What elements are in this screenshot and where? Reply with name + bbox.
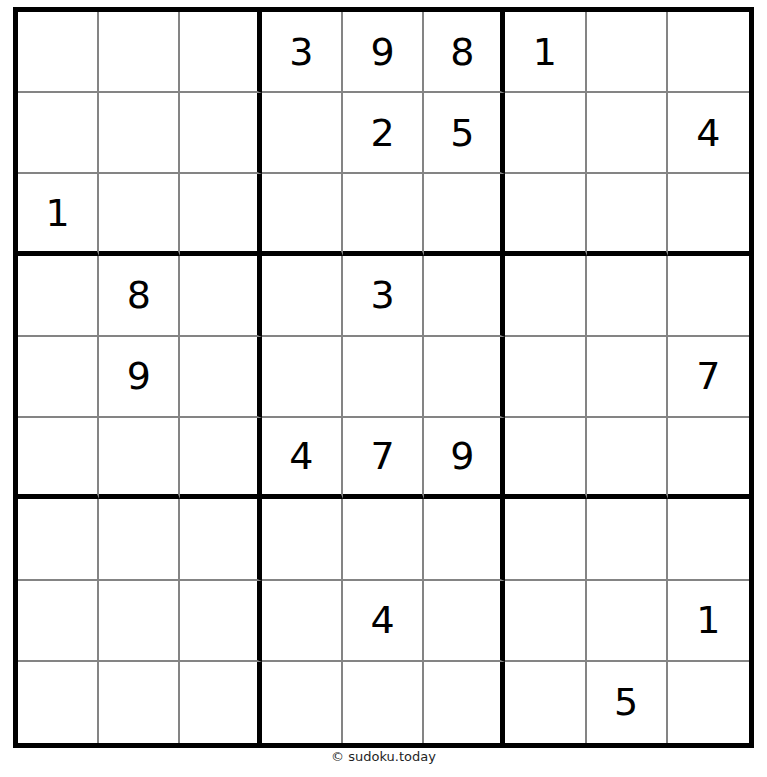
cell-r6c6: 9 bbox=[424, 418, 505, 499]
cell-r2c2[interactable] bbox=[99, 93, 180, 174]
cell-r1c1[interactable] bbox=[18, 12, 99, 93]
cell-r4c8[interactable] bbox=[587, 256, 668, 337]
cell-r7c5[interactable] bbox=[343, 499, 424, 580]
cell-r1c9[interactable] bbox=[668, 12, 749, 93]
cell-r1c4: 3 bbox=[262, 12, 343, 93]
cell-r4c7[interactable] bbox=[505, 256, 586, 337]
cell-r6c8[interactable] bbox=[587, 418, 668, 499]
cell-r7c6[interactable] bbox=[424, 499, 505, 580]
cell-r1c8[interactable] bbox=[587, 12, 668, 93]
cell-r8c4[interactable] bbox=[262, 581, 343, 662]
cell-r4c2: 8 bbox=[99, 256, 180, 337]
cell-r3c7[interactable] bbox=[505, 174, 586, 255]
cell-r3c9[interactable] bbox=[668, 174, 749, 255]
cell-r3c8[interactable] bbox=[587, 174, 668, 255]
sudoku-board: 398125418397479415 bbox=[13, 7, 754, 748]
cell-r9c6[interactable] bbox=[424, 662, 505, 743]
cell-r8c3[interactable] bbox=[180, 581, 261, 662]
cell-r3c6[interactable] bbox=[424, 174, 505, 255]
cell-r8c9: 1 bbox=[668, 581, 749, 662]
cell-r4c4[interactable] bbox=[262, 256, 343, 337]
cell-r1c6: 8 bbox=[424, 12, 505, 93]
cell-r2c5: 2 bbox=[343, 93, 424, 174]
cell-r6c1[interactable] bbox=[18, 418, 99, 499]
cell-r9c9[interactable] bbox=[668, 662, 749, 743]
cell-r7c7[interactable] bbox=[505, 499, 586, 580]
cell-r3c5[interactable] bbox=[343, 174, 424, 255]
cell-r5c3[interactable] bbox=[180, 337, 261, 418]
cell-r5c8[interactable] bbox=[587, 337, 668, 418]
cell-r5c2: 9 bbox=[99, 337, 180, 418]
cell-r9c8: 5 bbox=[587, 662, 668, 743]
cell-r8c1[interactable] bbox=[18, 581, 99, 662]
cell-r7c2[interactable] bbox=[99, 499, 180, 580]
cell-r4c3[interactable] bbox=[180, 256, 261, 337]
cell-r2c3[interactable] bbox=[180, 93, 261, 174]
cell-r1c7: 1 bbox=[505, 12, 586, 93]
cell-r7c4[interactable] bbox=[262, 499, 343, 580]
cell-r4c1[interactable] bbox=[18, 256, 99, 337]
cell-r5c4[interactable] bbox=[262, 337, 343, 418]
cell-r1c5: 9 bbox=[343, 12, 424, 93]
cell-r6c4: 4 bbox=[262, 418, 343, 499]
cell-r2c6: 5 bbox=[424, 93, 505, 174]
cell-r8c5: 4 bbox=[343, 581, 424, 662]
cell-r2c7[interactable] bbox=[505, 93, 586, 174]
cell-r8c6[interactable] bbox=[424, 581, 505, 662]
cell-r9c4[interactable] bbox=[262, 662, 343, 743]
cell-r7c8[interactable] bbox=[587, 499, 668, 580]
cell-r3c3[interactable] bbox=[180, 174, 261, 255]
cell-r6c3[interactable] bbox=[180, 418, 261, 499]
cell-r6c7[interactable] bbox=[505, 418, 586, 499]
cell-r7c3[interactable] bbox=[180, 499, 261, 580]
cell-r1c3[interactable] bbox=[180, 12, 261, 93]
cell-r7c9[interactable] bbox=[668, 499, 749, 580]
cell-r5c7[interactable] bbox=[505, 337, 586, 418]
cell-r5c5[interactable] bbox=[343, 337, 424, 418]
cell-r3c1: 1 bbox=[18, 174, 99, 255]
cell-r3c4[interactable] bbox=[262, 174, 343, 255]
cell-r9c3[interactable] bbox=[180, 662, 261, 743]
cell-r5c1[interactable] bbox=[18, 337, 99, 418]
credit-text: © sudoku.today bbox=[0, 749, 767, 764]
cell-r8c2[interactable] bbox=[99, 581, 180, 662]
cell-r2c8[interactable] bbox=[587, 93, 668, 174]
cell-r9c5[interactable] bbox=[343, 662, 424, 743]
cell-r1c2[interactable] bbox=[99, 12, 180, 93]
cell-r9c2[interactable] bbox=[99, 662, 180, 743]
cell-r2c9: 4 bbox=[668, 93, 749, 174]
cell-r5c6[interactable] bbox=[424, 337, 505, 418]
cell-r4c5: 3 bbox=[343, 256, 424, 337]
cell-r4c9[interactable] bbox=[668, 256, 749, 337]
cell-r9c7[interactable] bbox=[505, 662, 586, 743]
cell-r8c7[interactable] bbox=[505, 581, 586, 662]
cell-r6c5: 7 bbox=[343, 418, 424, 499]
cell-r3c2[interactable] bbox=[99, 174, 180, 255]
cell-r7c1[interactable] bbox=[18, 499, 99, 580]
cell-r8c8[interactable] bbox=[587, 581, 668, 662]
cell-r4c6[interactable] bbox=[424, 256, 505, 337]
cell-r2c1[interactable] bbox=[18, 93, 99, 174]
cell-r2c4[interactable] bbox=[262, 93, 343, 174]
cell-r9c1[interactable] bbox=[18, 662, 99, 743]
cell-r6c9[interactable] bbox=[668, 418, 749, 499]
cell-r6c2[interactable] bbox=[99, 418, 180, 499]
cell-r5c9: 7 bbox=[668, 337, 749, 418]
